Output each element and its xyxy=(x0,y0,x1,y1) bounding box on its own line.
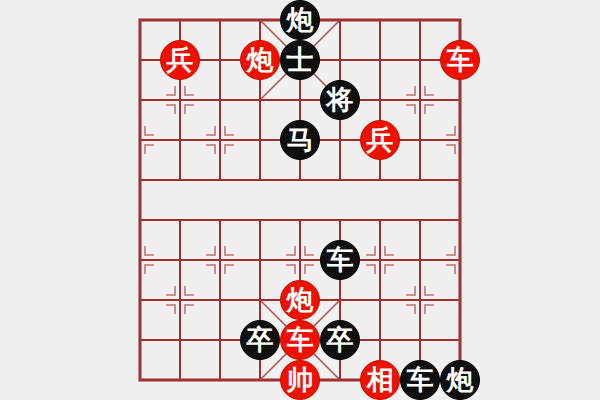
piece-black-chariot[interactable]: 车 xyxy=(320,240,360,280)
xiangqi-board: 炮兵炮士车将马兵车炮卒车卒帅相车炮 xyxy=(0,0,600,400)
piece-black-soldier[interactable]: 卒 xyxy=(320,320,360,360)
piece-black-chariot[interactable]: 车 xyxy=(400,360,440,400)
piece-red-soldier[interactable]: 兵 xyxy=(160,40,200,80)
piece-red-elephant[interactable]: 相 xyxy=(360,360,400,400)
piece-red-general[interactable]: 帅 xyxy=(280,360,320,400)
piece-black-horse[interactable]: 马 xyxy=(280,120,320,160)
piece-red-cannon[interactable]: 炮 xyxy=(240,40,280,80)
piece-black-cannon[interactable]: 炮 xyxy=(280,0,320,40)
piece-black-cannon[interactable]: 炮 xyxy=(440,360,480,400)
piece-black-advisor[interactable]: 士 xyxy=(280,40,320,80)
piece-red-chariot[interactable]: 车 xyxy=(280,320,320,360)
pieces-layer: 炮兵炮士车将马兵车炮卒车卒帅相车炮 xyxy=(120,0,480,400)
piece-red-chariot[interactable]: 车 xyxy=(440,40,480,80)
piece-red-soldier[interactable]: 兵 xyxy=(360,120,400,160)
piece-black-soldier[interactable]: 卒 xyxy=(240,320,280,360)
piece-red-cannon[interactable]: 炮 xyxy=(280,280,320,320)
piece-black-general[interactable]: 将 xyxy=(320,80,360,120)
